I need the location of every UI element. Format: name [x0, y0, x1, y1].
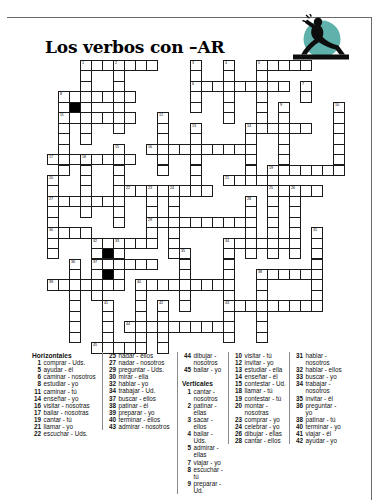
clue-item: 41viajar - él: [294, 430, 344, 437]
clue-text: patinar - él: [119, 402, 176, 409]
cell-number: 10: [335, 103, 339, 107]
clue-text: mirar - ella: [119, 373, 176, 380]
clue-item: 4bailar - Uds.: [182, 430, 226, 444]
clue-text: bailar - Uds.: [194, 430, 227, 444]
cell-number: 33: [115, 239, 119, 243]
clue-text: trabajar - Ud.: [119, 387, 176, 394]
clue-text: comprar - yo: [245, 416, 288, 423]
cell-number: 45: [93, 343, 97, 347]
clue-number: 8: [32, 380, 44, 387]
clue-number: 2: [182, 402, 194, 416]
clue-number: 44: [182, 352, 194, 366]
clue-item: 19cantar - tú: [32, 416, 100, 423]
clue-text: viajar - yo: [194, 459, 227, 466]
grid-cell[interactable]: [201, 185, 213, 196]
clue-number: 19: [32, 416, 44, 423]
clue-number: 34: [107, 387, 119, 394]
clue-item: 40terminar - yo: [294, 423, 344, 430]
clue-text: cantar - ellos: [245, 437, 288, 444]
clue-column: 10visitar - tú12invitar - yo13estudiar -…: [228, 352, 289, 444]
cell-number: 5: [258, 61, 260, 65]
clue-number: 35: [294, 395, 306, 402]
clue-text: ayudar - yo: [306, 437, 345, 444]
clue-item: 8estudiar - yo: [32, 380, 100, 387]
clue-text: llamar - tú: [245, 387, 288, 394]
cell-number: 13: [192, 124, 196, 128]
clue-number: 29: [107, 366, 119, 373]
clue-item: 18llamar - tú: [233, 387, 287, 394]
page-border-right: [371, 17, 372, 500]
clue-item: 1comprar - Uds.: [32, 359, 100, 366]
cell-number: 29: [148, 218, 152, 222]
clue-text: invitar - él: [306, 395, 345, 402]
clue-text: ayudar - él: [44, 366, 101, 373]
clue-item: 22escuchar - Uds.: [32, 430, 100, 437]
clue-item: 38patinar - él: [107, 402, 175, 409]
grid-cell[interactable]: [278, 81, 290, 92]
clue-text: preparar - Ud.: [194, 480, 227, 494]
clue-number: 33: [294, 373, 306, 380]
clue-item: 8escuchar - tú: [182, 466, 226, 480]
clue-number: 28: [233, 437, 245, 444]
clue-number: 37: [107, 395, 119, 402]
grid-cell[interactable]: [223, 332, 235, 343]
clue-text: caminar - tú: [44, 388, 101, 395]
clue-number: 18: [233, 387, 245, 394]
clue-item: 27nadar - nosotros: [107, 359, 175, 366]
clue-item: 34trabajar - nosotros: [294, 380, 344, 394]
grid-cell[interactable]: [113, 123, 125, 134]
clue-item: 26dibujar - ellas: [233, 430, 287, 437]
clue-item: 36preguntar - yo: [294, 402, 344, 416]
cell-number: 34: [225, 239, 229, 243]
cell-number: 24: [170, 186, 174, 190]
grid-cell[interactable]: [146, 259, 158, 270]
grid-cell[interactable]: [124, 154, 136, 165]
clue-item: 16visitar - nosotras: [32, 402, 100, 409]
clue-text: dibujar - nosotros: [194, 352, 227, 366]
clue-number: 36: [294, 402, 306, 416]
clue-item: 24celebrar - yo: [233, 423, 287, 430]
clue-number: 41: [294, 430, 306, 437]
clue-item: 10visitar - tú: [233, 352, 287, 359]
clue-text: llamar - yo: [44, 423, 101, 430]
clue-number: 3: [182, 416, 194, 430]
clue-text: bailar - yo: [194, 366, 227, 373]
clue-number: 1: [32, 359, 44, 366]
clue-number: 14: [32, 395, 44, 402]
clue-column: 44dibujar - nosotros45bailar - yoVertica…: [177, 352, 228, 494]
clue-number: 4: [182, 430, 194, 444]
cell-number: 3: [192, 61, 194, 65]
clue-text: montar - nosotras: [245, 402, 288, 416]
clue-item: 39preparar - yo: [107, 409, 175, 416]
clue-item: 30mirar - ella: [107, 373, 175, 380]
clue-item: 17bailar - nosotras: [32, 409, 100, 416]
clue-text: patinar - tú: [306, 416, 345, 423]
clue-item: 32hablar - yo: [107, 380, 175, 387]
grid-cell[interactable]: [333, 165, 345, 176]
clue-number: 19: [233, 395, 245, 402]
cell-number: 17: [49, 155, 53, 159]
clue-item: 37buscar - ellos: [107, 395, 175, 402]
clue-item: 31hablar - nosotros: [294, 352, 344, 366]
clue-number: 42: [294, 437, 306, 444]
cell-number: 37: [93, 260, 97, 264]
grid-cell[interactable]: [146, 60, 158, 71]
grid-cell[interactable]: [256, 332, 268, 343]
clue-item: 21llamar - yo: [32, 423, 100, 430]
grid-cell[interactable]: [124, 91, 136, 102]
grid-cell[interactable]: [223, 112, 235, 123]
clue-text: sacar - ellos: [194, 416, 227, 430]
cell-number: 1: [82, 61, 84, 65]
clue-number: 43: [107, 423, 119, 430]
clue-item: 28cantar - ellos: [233, 437, 287, 444]
worksheet-page: Los verbos con –AR 123456789101112131415…: [0, 0, 386, 500]
grid-cell[interactable]: [58, 165, 70, 176]
cell-number: 41: [104, 301, 108, 305]
clue-text: contestar - tú: [245, 395, 288, 402]
clue-number: 38: [107, 402, 119, 409]
grid-cell[interactable]: [47, 248, 59, 259]
clue-text: preguntar - yo: [306, 402, 345, 416]
cell-number: 4: [225, 61, 227, 65]
cell-number: 9: [280, 103, 282, 107]
cell-number: 27: [49, 197, 53, 201]
clue-text: escuchar - Uds.: [44, 430, 101, 437]
clue-item: 9preparar - Ud.: [182, 480, 226, 494]
grid-cell[interactable]: [267, 248, 279, 259]
clue-item: 11caminar - tú: [32, 388, 100, 395]
grid-cell[interactable]: [146, 238, 158, 249]
clue-number: 5: [182, 444, 194, 458]
clue-number: 40: [107, 416, 119, 423]
grid-cell[interactable]: [113, 279, 125, 290]
grid-cell[interactable]: [113, 217, 125, 228]
grid-cell[interactable]: [69, 332, 81, 343]
grid-cell[interactable]: [80, 133, 92, 144]
cell-number: 22: [126, 186, 130, 190]
cell-number: 11: [60, 113, 64, 117]
cell-number: 8: [60, 92, 62, 96]
clue-spacer: [182, 373, 226, 380]
clue-number: 26: [233, 430, 245, 437]
clue-item: 6caminar - nosotros: [32, 373, 100, 380]
cell-number: 43: [225, 301, 229, 305]
clue-text: patinar - ellas: [194, 402, 227, 416]
clue-item: 14enseñar - yo: [32, 395, 100, 402]
clue-item: 38patinar - tú: [294, 416, 344, 423]
clue-item: 25nadar - ellos: [107, 352, 175, 359]
clue-number: 32: [294, 366, 306, 373]
grid-cell[interactable]: [300, 123, 312, 134]
cell-number: 40: [137, 280, 141, 284]
clue-text: admirar - nosotros: [119, 423, 176, 430]
cell-number: 32: [93, 239, 97, 243]
clue-text: terminar - yo: [306, 423, 345, 430]
clue-number: 8: [182, 466, 194, 480]
cell-number: 35: [181, 249, 185, 253]
clue-column: Horizontales1comprar - Uds.5ayudar - él6…: [30, 352, 102, 437]
grid-cell[interactable]: [124, 112, 136, 123]
clue-text: caminar - nosotros: [44, 373, 101, 380]
grid-cell[interactable]: [300, 91, 312, 102]
clue-text: contestar - Ud.: [245, 380, 288, 387]
clues-header-horizontales: Horizontales: [32, 352, 100, 359]
grid-cell[interactable]: [190, 102, 202, 113]
clue-item: 19contestar - tú: [233, 395, 287, 402]
clue-number: 6: [32, 373, 44, 380]
clue-number: 12: [233, 359, 245, 366]
grid-cell[interactable]: [157, 165, 169, 176]
clue-item: 42ayudar - yo: [294, 437, 344, 444]
clue-number: 11: [32, 388, 44, 395]
clue-number: 31: [294, 352, 306, 366]
clue-text: cantar - nosotros: [194, 388, 227, 402]
grid-cell[interactable]: [245, 248, 257, 259]
grid-cell[interactable]: [179, 300, 191, 311]
clue-number: 7: [182, 459, 194, 466]
clue-item: 5admirar - ellas: [182, 444, 226, 458]
clue-item: 33buscar - yo: [294, 373, 344, 380]
grid-cell[interactable]: [80, 206, 92, 217]
clue-item: 34trabajar - Ud.: [107, 387, 175, 394]
cell-number: 38: [258, 270, 262, 274]
clue-text: nadar - ellos: [119, 352, 176, 359]
clue-number: 24: [233, 423, 245, 430]
clue-text: dibujar - ellas: [245, 430, 288, 437]
clue-text: trabajar - nosotros: [306, 380, 345, 394]
page-title: Los verbos con –AR: [45, 37, 224, 57]
cell-number: 21: [225, 176, 229, 180]
clue-item: 5ayudar - él: [32, 366, 100, 373]
cell-number: 39: [49, 280, 53, 284]
clue-item: 20montar - nosotras: [233, 402, 287, 416]
clue-item: 23comprar - yo: [233, 416, 287, 423]
cell-number: 36: [71, 260, 75, 264]
clues-header-verticales: Verticales: [182, 380, 226, 387]
clue-item: 29preguntar - Uds.: [107, 366, 175, 373]
clue-text: cantar - tú: [44, 416, 101, 423]
cell-number: 31: [313, 228, 317, 232]
clue-text: estudiar - ella: [245, 366, 288, 373]
cell-number: 2: [115, 61, 117, 65]
clue-number: 32: [107, 380, 119, 387]
clue-text: buscar - ellos: [119, 395, 176, 402]
clue-column: 25nadar - ellos27nadar - nosotros29pregu…: [102, 352, 177, 430]
grid-cell[interactable]: [311, 185, 323, 196]
clue-item: 45bailar - yo: [182, 366, 226, 373]
clue-text: visitar - nosotras: [44, 402, 101, 409]
dancer-logo-icon: [292, 14, 350, 60]
clue-item: 44dibujar - nosotros: [182, 352, 226, 366]
clue-number: 17: [32, 409, 44, 416]
clue-column: 31hablar - nosotros32hablar - ellos33bus…: [289, 352, 346, 444]
clue-text: preparar - yo: [119, 409, 176, 416]
clue-number: 40: [294, 423, 306, 430]
clue-number: 45: [182, 366, 194, 373]
clue-item: 43admirar - nosotros: [107, 423, 175, 430]
clue-item: 3sacar - ellos: [182, 416, 226, 430]
clue-item: 2patinar - ellas: [182, 402, 226, 416]
clue-number: 13: [233, 366, 245, 373]
grid-cell[interactable]: [289, 248, 301, 259]
clue-text: enseñar - yo: [44, 395, 101, 402]
cell-number: 20: [49, 176, 53, 180]
clue-item: 12invitar - yo: [233, 359, 287, 366]
clue-text: escuchar - tú: [194, 466, 227, 480]
clue-item: 14enseñar - él: [233, 373, 287, 380]
clue-text: buscar - yo: [306, 373, 345, 380]
clue-text: bailar - nosotras: [44, 409, 101, 416]
clue-number: 23: [233, 416, 245, 423]
crossword-grid: 1234567891011121314151617181920212223242…: [47, 60, 346, 353]
clue-text: comprar - Uds.: [44, 359, 101, 366]
clue-item: 1cantar - nosotros: [182, 388, 226, 402]
clue-text: hablar - yo: [119, 380, 176, 387]
clue-text: preguntar - Uds.: [119, 366, 176, 373]
clue-text: estudiar - yo: [44, 380, 101, 387]
clue-item: 13estudiar - ella: [233, 366, 287, 373]
clue-text: hablar - ellos: [306, 366, 345, 373]
cell-number: 30: [49, 228, 53, 232]
cell-number: 28: [247, 197, 251, 201]
clue-number: 20: [233, 402, 245, 416]
cell-number: 19: [269, 166, 273, 170]
cell-number: 14: [247, 124, 251, 128]
clue-text: viajar - él: [306, 430, 345, 437]
cell-number: 18: [82, 155, 86, 159]
clue-text: nadar - nosotros: [119, 359, 176, 366]
clue-text: celebrar - yo: [245, 423, 288, 430]
cell-number: 6: [192, 82, 194, 86]
clue-item: 7viajar - yo: [182, 459, 226, 466]
clue-list: Horizontales1comprar - Uds.5ayudar - él6…: [30, 352, 346, 494]
clue-number: 34: [294, 380, 306, 394]
clue-text: invitar - yo: [245, 359, 288, 366]
cell-number: 42: [159, 301, 163, 305]
clue-text: visitar - tú: [245, 352, 288, 359]
cell-number: 25: [269, 186, 273, 190]
clue-item: 15contestar - Ud.: [233, 380, 287, 387]
clue-text: enseñar - él: [245, 373, 288, 380]
clue-text: admirar - ellas: [194, 444, 227, 458]
clue-item: 32hablar - ellos: [294, 366, 344, 373]
clue-text: terminar - ellos: [119, 416, 176, 423]
clue-number: 9: [182, 480, 194, 494]
cell-number: 44: [126, 322, 130, 326]
cell-number: 26: [291, 186, 295, 190]
clue-number: 22: [32, 430, 44, 437]
clue-number: 30: [107, 373, 119, 380]
clue-number: 5: [32, 366, 44, 373]
clue-item: 40terminar - ellos: [107, 416, 175, 423]
clue-text: hablar - nosotros: [306, 352, 345, 366]
cell-number: 23: [148, 186, 152, 190]
clue-number: 21: [32, 423, 44, 430]
clue-number: 15: [233, 380, 245, 387]
grid-cell[interactable]: [300, 60, 312, 71]
clue-number: 27: [107, 359, 119, 366]
clue-item: 35invitar - él: [294, 395, 344, 402]
cell-number: 15: [115, 145, 119, 149]
grid-cell[interactable]: [311, 300, 323, 311]
clue-number: 38: [294, 416, 306, 423]
clue-number: 10: [233, 352, 245, 359]
clue-number: 14: [233, 373, 245, 380]
cell-number: 16: [148, 145, 152, 149]
clue-number: 1: [182, 388, 194, 402]
cell-number: 7: [302, 82, 304, 86]
cell-number: 12: [159, 113, 163, 117]
clue-number: 39: [107, 409, 119, 416]
clue-number: 25: [107, 352, 119, 359]
clue-number: 16: [32, 402, 44, 409]
